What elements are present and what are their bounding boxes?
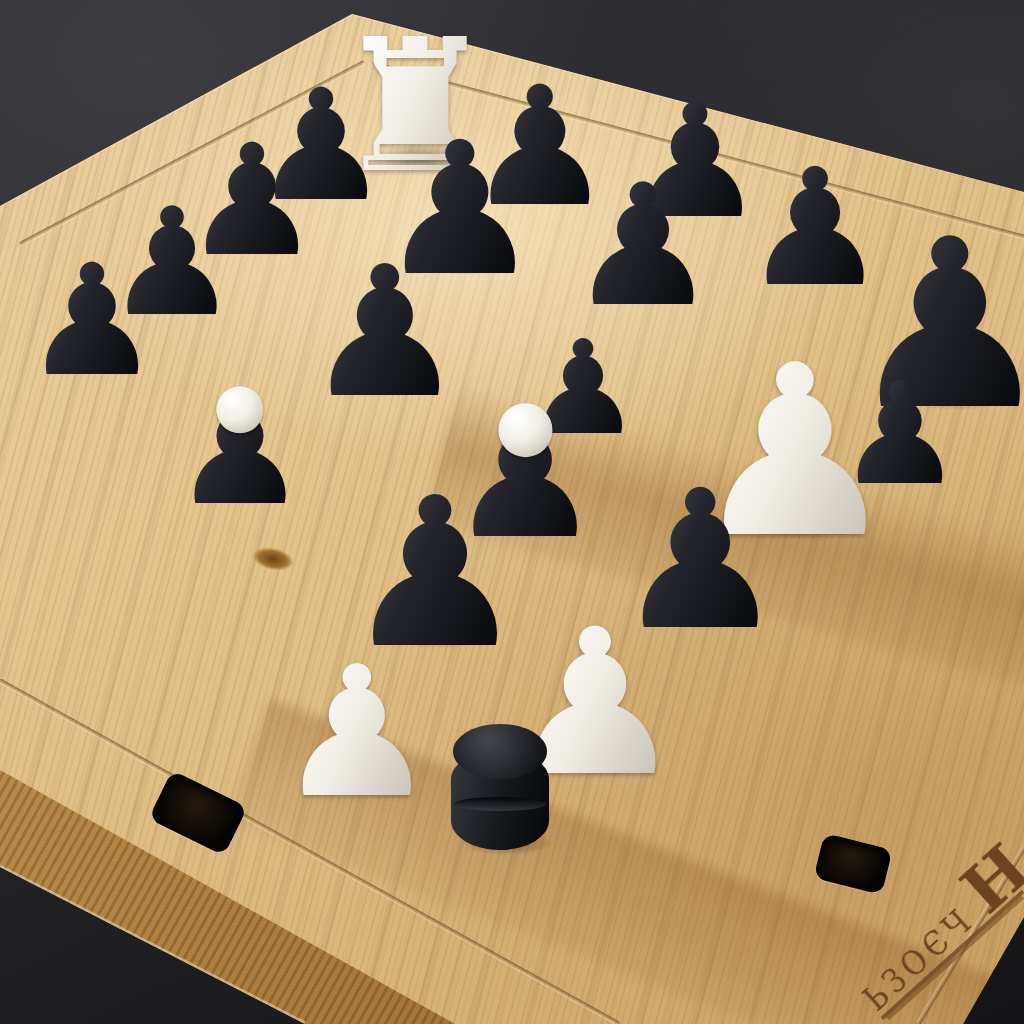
black-body-white-head-pawn[interactable]: ♟ — [172, 375, 308, 527]
white-ball-head — [498, 403, 552, 457]
pieces-layer: ♟♟♟♟♟♟♟♟♟♟♟♟♟♟♟♜♟♟♟♟♟ — [0, 0, 1024, 1024]
checker-groove — [454, 797, 546, 811]
white-pawn[interactable]: ♟ — [276, 642, 438, 823]
checker-top — [453, 724, 547, 779]
black-pawn[interactable]: ♟ — [23, 244, 161, 398]
black-pawn[interactable]: ♟ — [568, 162, 719, 330]
black-pawn[interactable]: ♟ — [304, 242, 466, 423]
white-ball-head — [216, 386, 263, 433]
scene: ЬЗОЄЧ H ♟♟♟♟♟♟♟♟♟♟♟♟♟♟♟♜♟♟♟♟♟ — [0, 0, 1024, 1024]
black-checker-disc[interactable] — [451, 724, 549, 850]
